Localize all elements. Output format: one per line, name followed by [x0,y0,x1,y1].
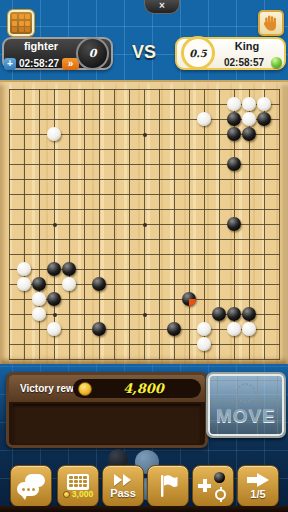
flag-icon [156,473,180,499]
estimate-cost-value: 3,000 [72,490,93,499]
estimate-cost: 3,000 [63,490,93,499]
menu-grid-icon [12,21,17,26]
white-stone [32,292,46,306]
black-stone [227,157,241,171]
black-stone [242,127,256,141]
white-stone [227,97,241,111]
star-point [53,223,57,227]
double-chevron-icon [114,474,132,486]
black-stone [227,307,241,321]
black-stone [62,262,76,276]
collapse-tab-button[interactable]: × [144,0,180,14]
close-icon: × [159,0,165,11]
star-point [143,223,147,227]
black-stone [227,127,241,141]
menu-grid-icon [12,14,17,19]
page-indicator: 1/5 [250,488,265,500]
white-stone [227,322,241,336]
hand-icon [263,14,279,32]
player-left-capture-count: 0 [76,37,109,70]
black-stone [257,112,271,126]
reward-amount-value: 4,800 [92,381,201,396]
add-stone-target-icon [198,472,228,500]
chat-bubbles-icon [17,474,45,498]
move-button[interactable]: MOVE [206,372,286,438]
white-stone [32,307,46,321]
white-stone [197,337,211,351]
black-stone [242,307,256,321]
menu-button[interactable] [8,10,34,36]
player-left-name: fighter [6,40,76,52]
star-point [53,313,57,317]
calculator-icon [67,474,89,490]
black-stone [47,262,61,276]
star-point [143,313,147,317]
coin-icon [78,382,92,396]
go-board[interactable] [0,80,288,364]
menu-grid-icon [19,21,24,26]
white-stone [242,97,256,111]
white-stone [47,127,61,141]
chat-button[interactable] [10,465,52,507]
capture-count-value: 0 [89,47,97,60]
add-time-icon[interactable]: + [4,58,16,70]
white-stone [257,97,271,111]
black-stone [212,307,226,321]
white-stone [17,262,31,276]
menu-grid-icon [12,27,17,32]
menu-grid-icon [25,21,30,26]
white-stone [242,112,256,126]
player-right-clock: 02:58:57 [216,57,272,68]
white-stone [62,277,76,291]
online-status-dot [271,57,282,68]
star-point [143,133,147,137]
versus-label: VS [126,42,162,63]
menu-grid-icon [19,27,24,32]
black-stone [47,292,61,306]
white-stone [17,277,31,291]
black-stone [92,277,106,291]
move-button-label: MOVE [216,405,276,427]
victory-reward-panel: Victory reward 4,800 [6,372,208,448]
menu-grid-icon [25,27,30,32]
hint-button[interactable] [192,465,234,507]
next-button[interactable]: 1/5 [237,465,279,507]
player-left-time-row: + 02:58:27 » [4,57,79,70]
menu-grid-icon [25,14,30,19]
victory-reward-header: Victory reward 4,800 [9,375,205,402]
dotted-circle-icon [236,383,256,403]
player-left-clock: 02:58:27 [19,58,59,69]
bottom-edge-strip [0,506,288,512]
pass-button[interactable]: Pass [102,465,144,507]
black-stone [167,322,181,336]
score-estimate-button[interactable]: 3,000 [57,465,99,507]
victory-reward-body [13,404,201,444]
black-stone [227,217,241,231]
white-stone [197,112,211,126]
hand-button[interactable] [258,10,284,36]
black-stone [92,322,106,336]
white-stone [47,322,61,336]
coin-icon [63,491,70,498]
reward-amount-pill: 4,800 [73,379,201,398]
black-stone-last-move [182,292,196,306]
white-stone [197,322,211,336]
white-stone [242,322,256,336]
pass-label: Pass [110,487,136,499]
komi-value: 0.5 [189,48,206,59]
player-right-komi: 0.5 [181,36,215,70]
arrow-right-icon [247,473,269,487]
player-right-name: King [216,40,278,52]
black-stone [32,277,46,291]
black-stone [227,112,241,126]
menu-grid-icon [19,14,24,19]
resign-button[interactable] [147,465,189,507]
